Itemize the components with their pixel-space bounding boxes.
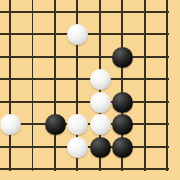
- white-stone[interactable]: [67, 137, 88, 158]
- black-stone[interactable]: [112, 137, 133, 158]
- go-board[interactable]: [0, 0, 180, 180]
- black-stone[interactable]: [112, 92, 133, 113]
- white-stone[interactable]: [90, 69, 111, 90]
- black-stone[interactable]: [45, 114, 66, 135]
- black-stone[interactable]: [112, 47, 133, 68]
- black-stone[interactable]: [112, 114, 133, 135]
- white-stone[interactable]: [67, 114, 88, 135]
- black-stone[interactable]: [90, 137, 111, 158]
- white-stone[interactable]: [67, 24, 88, 45]
- stones-layer: [0, 1, 179, 180]
- white-stone[interactable]: [90, 114, 111, 135]
- white-stone[interactable]: [0, 114, 21, 135]
- white-stone[interactable]: [90, 92, 111, 113]
